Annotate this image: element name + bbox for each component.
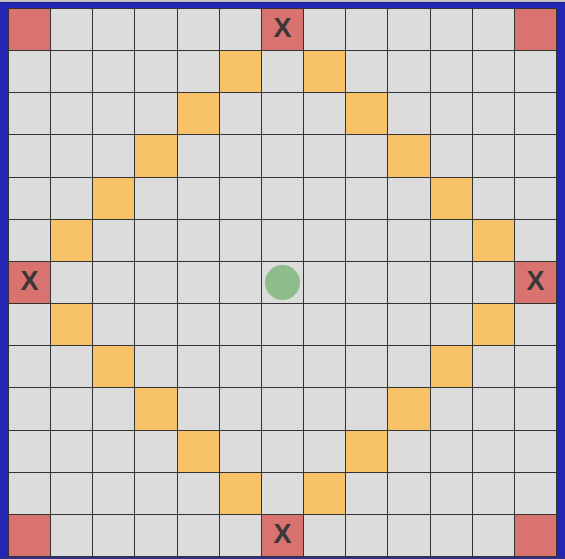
cell-r12-c6[interactable]: X: [262, 515, 303, 556]
cell-r1-c5[interactable]: [220, 51, 261, 92]
board: XXXX: [8, 8, 557, 557]
cell-r5-c7[interactable]: [304, 220, 345, 261]
cell-r6-c3[interactable]: [135, 262, 176, 303]
cell-r12-c0[interactable]: [9, 515, 50, 556]
cell-r5-c4[interactable]: [178, 220, 219, 261]
cell-r8-c5[interactable]: [220, 346, 261, 387]
cell-r9-c1[interactable]: [51, 388, 92, 429]
cell-r8-c8[interactable]: [346, 346, 387, 387]
cell-r6-c5[interactable]: [220, 262, 261, 303]
cell-r9-c12[interactable]: [515, 388, 556, 429]
cell-r5-c8[interactable]: [346, 220, 387, 261]
cell-r7-c3[interactable]: [135, 304, 176, 345]
cell-r7-c1[interactable]: [51, 304, 92, 345]
cell-r7-c5[interactable]: [220, 304, 261, 345]
cell-r3-c9[interactable]: [388, 135, 429, 176]
cell-r6-c7[interactable]: [304, 262, 345, 303]
cell-r4-c1[interactable]: [51, 178, 92, 219]
cell-r10-c12[interactable]: [515, 431, 556, 472]
cell-r6-c11[interactable]: [473, 262, 514, 303]
cell-r11-c7[interactable]: [304, 473, 345, 514]
cell-r3-c0[interactable]: [9, 135, 50, 176]
cell-r6-c12[interactable]: X: [515, 262, 556, 303]
cell-r4-c3[interactable]: [135, 178, 176, 219]
cell-r0-c0[interactable]: [9, 9, 50, 50]
cell-r4-c5[interactable]: [220, 178, 261, 219]
cell-r10-c10[interactable]: [431, 431, 472, 472]
cell-r1-c12[interactable]: [515, 51, 556, 92]
cell-r2-c12[interactable]: [515, 93, 556, 134]
cell-r1-c0[interactable]: [9, 51, 50, 92]
cell-r4-c11[interactable]: [473, 178, 514, 219]
cell-r12-c5[interactable]: [220, 515, 261, 556]
cell-r0-c4[interactable]: [178, 9, 219, 50]
cell-r4-c9[interactable]: [388, 178, 429, 219]
cell-r7-c4[interactable]: [178, 304, 219, 345]
cell-r0-c7[interactable]: [304, 9, 345, 50]
cell-r11-c9[interactable]: [388, 473, 429, 514]
cell-r11-c12[interactable]: [515, 473, 556, 514]
cell-r12-c9[interactable]: [388, 515, 429, 556]
cell-r11-c2[interactable]: [93, 473, 134, 514]
cell-r3-c1[interactable]: [51, 135, 92, 176]
cell-r11-c1[interactable]: [51, 473, 92, 514]
cell-r11-c6[interactable]: [262, 473, 303, 514]
cell-r1-c2[interactable]: [93, 51, 134, 92]
cell-r9-c2[interactable]: [93, 388, 134, 429]
cell-r11-c5[interactable]: [220, 473, 261, 514]
cell-r3-c10[interactable]: [431, 135, 472, 176]
cell-r0-c11[interactable]: [473, 9, 514, 50]
cell-r4-c6[interactable]: [262, 178, 303, 219]
cell-r3-c11[interactable]: [473, 135, 514, 176]
cell-r8-c10[interactable]: [431, 346, 472, 387]
cell-r0-c9[interactable]: [388, 9, 429, 50]
cell-r9-c4[interactable]: [178, 388, 219, 429]
cell-r3-c4[interactable]: [178, 135, 219, 176]
cell-r3-c2[interactable]: [93, 135, 134, 176]
cell-r11-c4[interactable]: [178, 473, 219, 514]
cell-r1-c10[interactable]: [431, 51, 472, 92]
x-marker: X: [273, 521, 291, 548]
cell-r0-c1[interactable]: [51, 9, 92, 50]
cell-r8-c9[interactable]: [388, 346, 429, 387]
cell-r8-c4[interactable]: [178, 346, 219, 387]
cell-r1-c8[interactable]: [346, 51, 387, 92]
cell-r10-c8[interactable]: [346, 431, 387, 472]
cell-r4-c10[interactable]: [431, 178, 472, 219]
cell-r11-c11[interactable]: [473, 473, 514, 514]
cell-r7-c2[interactable]: [93, 304, 134, 345]
cell-r2-c7[interactable]: [304, 93, 345, 134]
cell-r11-c0[interactable]: [9, 473, 50, 514]
cell-r7-c12[interactable]: [515, 304, 556, 345]
cell-r12-c4[interactable]: [178, 515, 219, 556]
cell-r12-c10[interactable]: [431, 515, 472, 556]
cell-r12-c7[interactable]: [304, 515, 345, 556]
cell-r6-c9[interactable]: [388, 262, 429, 303]
window-top-line: [0, 2, 565, 3]
cell-r10-c0[interactable]: [9, 431, 50, 472]
cell-r5-c1[interactable]: [51, 220, 92, 261]
cell-r8-c6[interactable]: [262, 346, 303, 387]
green-piece[interactable]: [265, 265, 300, 300]
cell-r6-c0[interactable]: X: [9, 262, 50, 303]
cell-r5-c6[interactable]: [262, 220, 303, 261]
cell-r8-c7[interactable]: [304, 346, 345, 387]
cell-r10-c7[interactable]: [304, 431, 345, 472]
x-marker: X: [526, 268, 544, 295]
cell-r9-c0[interactable]: [9, 388, 50, 429]
game-window: XXXX: [0, 0, 565, 559]
cell-r2-c10[interactable]: [431, 93, 472, 134]
cell-r11-c3[interactable]: [135, 473, 176, 514]
cell-r2-c0[interactable]: [9, 93, 50, 134]
cell-r5-c0[interactable]: [9, 220, 50, 261]
cell-r4-c4[interactable]: [178, 178, 219, 219]
cell-r8-c12[interactable]: [515, 346, 556, 387]
cell-r4-c8[interactable]: [346, 178, 387, 219]
cell-r9-c9[interactable]: [388, 388, 429, 429]
cell-r5-c9[interactable]: [388, 220, 429, 261]
cell-r7-c6[interactable]: [262, 304, 303, 345]
cell-r8-c2[interactable]: [93, 346, 134, 387]
cell-r9-c3[interactable]: [135, 388, 176, 429]
cell-r8-c1[interactable]: [51, 346, 92, 387]
cell-r9-c10[interactable]: [431, 388, 472, 429]
cell-r10-c4[interactable]: [178, 431, 219, 472]
cell-r8-c0[interactable]: [9, 346, 50, 387]
cell-r10-c9[interactable]: [388, 431, 429, 472]
cell-r1-c7[interactable]: [304, 51, 345, 92]
cell-r10-c11[interactable]: [473, 431, 514, 472]
cell-r12-c8[interactable]: [346, 515, 387, 556]
cell-r5-c5[interactable]: [220, 220, 261, 261]
cell-r6-c8[interactable]: [346, 262, 387, 303]
cell-r3-c6[interactable]: [262, 135, 303, 176]
cell-r8-c11[interactable]: [473, 346, 514, 387]
cell-r1-c11[interactable]: [473, 51, 514, 92]
cell-r7-c10[interactable]: [431, 304, 472, 345]
cell-r6-c6[interactable]: [262, 262, 303, 303]
cell-r3-c7[interactable]: [304, 135, 345, 176]
cell-r12-c3[interactable]: [135, 515, 176, 556]
cell-r0-c12[interactable]: [515, 9, 556, 50]
cell-r9-c11[interactable]: [473, 388, 514, 429]
cell-r6-c2[interactable]: [93, 262, 134, 303]
cell-r2-c5[interactable]: [220, 93, 261, 134]
cell-r12-c12[interactable]: [515, 515, 556, 556]
cell-r9-c8[interactable]: [346, 388, 387, 429]
cell-r1-c3[interactable]: [135, 51, 176, 92]
cell-r2-c9[interactable]: [388, 93, 429, 134]
cell-r10-c1[interactable]: [51, 431, 92, 472]
cell-r0-c2[interactable]: [93, 9, 134, 50]
cell-r7-c7[interactable]: [304, 304, 345, 345]
cell-r12-c1[interactable]: [51, 515, 92, 556]
cell-r3-c3[interactable]: [135, 135, 176, 176]
cell-r2-c3[interactable]: [135, 93, 176, 134]
cell-r11-c8[interactable]: [346, 473, 387, 514]
cell-r5-c11[interactable]: [473, 220, 514, 261]
cell-r7-c9[interactable]: [388, 304, 429, 345]
cell-r1-c1[interactable]: [51, 51, 92, 92]
cell-r3-c12[interactable]: [515, 135, 556, 176]
cell-r2-c2[interactable]: [93, 93, 134, 134]
cell-r4-c12[interactable]: [515, 178, 556, 219]
cell-r10-c2[interactable]: [93, 431, 134, 472]
cell-r10-c5[interactable]: [220, 431, 261, 472]
cell-r0-c5[interactable]: [220, 9, 261, 50]
cell-r2-c8[interactable]: [346, 93, 387, 134]
cell-r0-c8[interactable]: [346, 9, 387, 50]
cell-r4-c0[interactable]: [9, 178, 50, 219]
cell-r10-c6[interactable]: [262, 431, 303, 472]
cell-r7-c11[interactable]: [473, 304, 514, 345]
cell-r7-c0[interactable]: [9, 304, 50, 345]
cell-r3-c5[interactable]: [220, 135, 261, 176]
cell-r5-c3[interactable]: [135, 220, 176, 261]
cell-r7-c8[interactable]: [346, 304, 387, 345]
cell-r11-c10[interactable]: [431, 473, 472, 514]
cell-r1-c6[interactable]: [262, 51, 303, 92]
cell-r9-c5[interactable]: [220, 388, 261, 429]
cell-r4-c7[interactable]: [304, 178, 345, 219]
cell-r1-c4[interactable]: [178, 51, 219, 92]
x-marker: X: [21, 268, 39, 295]
cell-r3-c8[interactable]: [346, 135, 387, 176]
cell-r6-c10[interactable]: [431, 262, 472, 303]
cell-r6-c4[interactable]: [178, 262, 219, 303]
cell-r8-c3[interactable]: [135, 346, 176, 387]
cell-r10-c3[interactable]: [135, 431, 176, 472]
cell-r2-c1[interactable]: [51, 93, 92, 134]
cell-r2-c4[interactable]: [178, 93, 219, 134]
cell-r2-c11[interactable]: [473, 93, 514, 134]
cell-r5-c12[interactable]: [515, 220, 556, 261]
cell-r5-c10[interactable]: [431, 220, 472, 261]
cell-r12-c2[interactable]: [93, 515, 134, 556]
cell-r9-c6[interactable]: [262, 388, 303, 429]
cell-r1-c9[interactable]: [388, 51, 429, 92]
x-marker: X: [273, 15, 291, 42]
cell-r0-c10[interactable]: [431, 9, 472, 50]
cell-r12-c11[interactable]: [473, 515, 514, 556]
cell-r6-c1[interactable]: [51, 262, 92, 303]
cell-r9-c7[interactable]: [304, 388, 345, 429]
cell-r2-c6[interactable]: [262, 93, 303, 134]
cell-r5-c2[interactable]: [93, 220, 134, 261]
cell-r0-c3[interactable]: [135, 9, 176, 50]
cell-r4-c2[interactable]: [93, 178, 134, 219]
cell-r0-c6[interactable]: X: [262, 9, 303, 50]
